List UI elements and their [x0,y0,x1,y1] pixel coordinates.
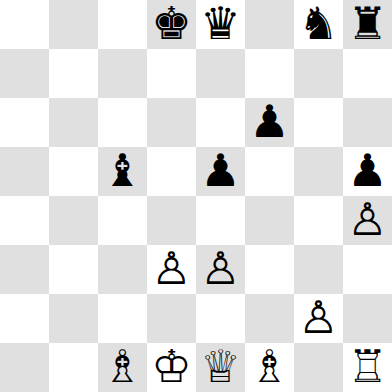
square-b2[interactable] [49,294,98,343]
chess-board: ♚♛♞♜♟♝♟♟♙♙♙♙♗♔♕♗♖ [0,0,392,392]
white-pawn: ♙ [347,196,387,244]
square-e6[interactable] [196,98,245,147]
square-d1[interactable]: ♔ [147,343,196,392]
square-h4[interactable]: ♙ [343,196,392,245]
black-pawn: ♟ [249,98,289,146]
square-d3[interactable]: ♙ [147,245,196,294]
square-b6[interactable] [49,98,98,147]
square-e4[interactable] [196,196,245,245]
white-queen: ♕ [200,343,240,391]
square-h5[interactable]: ♟ [343,147,392,196]
square-c8[interactable] [98,0,147,49]
white-pawn: ♙ [298,294,338,342]
square-a4[interactable] [0,196,49,245]
square-h7[interactable] [343,49,392,98]
square-h2[interactable] [343,294,392,343]
square-d8[interactable]: ♚ [147,0,196,49]
square-c4[interactable] [98,196,147,245]
square-c3[interactable] [98,245,147,294]
square-a6[interactable] [0,98,49,147]
square-c6[interactable] [98,98,147,147]
square-a5[interactable] [0,147,49,196]
square-h3[interactable] [343,245,392,294]
square-e5[interactable]: ♟ [196,147,245,196]
black-rook: ♜ [347,0,387,48]
square-a2[interactable] [0,294,49,343]
square-e2[interactable] [196,294,245,343]
square-c2[interactable] [98,294,147,343]
square-e1[interactable]: ♕ [196,343,245,392]
square-b8[interactable] [49,0,98,49]
black-queen: ♛ [200,0,240,48]
square-c5[interactable]: ♝ [98,147,147,196]
square-f5[interactable] [245,147,294,196]
black-king: ♚ [151,0,191,48]
square-b1[interactable] [49,343,98,392]
black-pawn: ♟ [200,147,240,195]
square-g2[interactable]: ♙ [294,294,343,343]
white-bishop: ♗ [249,343,289,391]
square-f4[interactable] [245,196,294,245]
square-g7[interactable] [294,49,343,98]
white-bishop: ♗ [102,343,142,391]
square-b5[interactable] [49,147,98,196]
square-g8[interactable]: ♞ [294,0,343,49]
square-h8[interactable]: ♜ [343,0,392,49]
black-pawn: ♟ [347,147,387,195]
square-f2[interactable] [245,294,294,343]
square-f8[interactable] [245,0,294,49]
square-g6[interactable] [294,98,343,147]
square-b3[interactable] [49,245,98,294]
square-f1[interactable]: ♗ [245,343,294,392]
square-g5[interactable] [294,147,343,196]
square-a1[interactable] [0,343,49,392]
square-a8[interactable] [0,0,49,49]
square-a7[interactable] [0,49,49,98]
square-g4[interactable] [294,196,343,245]
square-e3[interactable]: ♙ [196,245,245,294]
square-h6[interactable] [343,98,392,147]
white-pawn: ♙ [151,245,191,293]
square-b4[interactable] [49,196,98,245]
square-e8[interactable]: ♛ [196,0,245,49]
square-b7[interactable] [49,49,98,98]
white-king: ♔ [151,343,191,391]
square-f3[interactable] [245,245,294,294]
square-f7[interactable] [245,49,294,98]
square-d6[interactable] [147,98,196,147]
square-g1[interactable] [294,343,343,392]
black-knight: ♞ [298,0,338,48]
square-g3[interactable] [294,245,343,294]
square-c1[interactable]: ♗ [98,343,147,392]
white-rook: ♖ [347,343,387,391]
black-bishop: ♝ [102,147,142,195]
square-d2[interactable] [147,294,196,343]
square-d5[interactable] [147,147,196,196]
square-d7[interactable] [147,49,196,98]
square-c7[interactable] [98,49,147,98]
square-a3[interactable] [0,245,49,294]
square-d4[interactable] [147,196,196,245]
square-e7[interactable] [196,49,245,98]
square-h1[interactable]: ♖ [343,343,392,392]
square-f6[interactable]: ♟ [245,98,294,147]
white-pawn: ♙ [200,245,240,293]
